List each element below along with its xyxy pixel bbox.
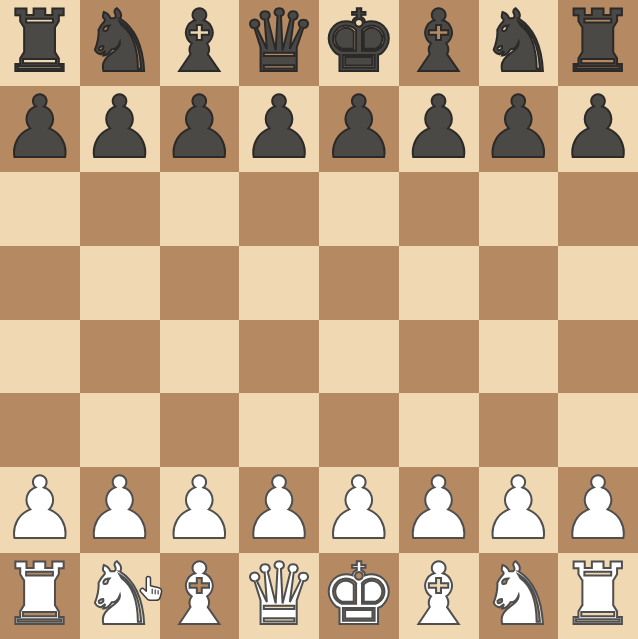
square-g6[interactable]	[479, 172, 559, 246]
square-d5[interactable]	[239, 246, 319, 320]
square-a3[interactable]	[0, 393, 80, 467]
square-b7[interactable]: ♟	[80, 86, 160, 172]
square-c6[interactable]	[160, 172, 240, 246]
piece-black-knight[interactable]: ♞	[81, 0, 158, 84]
square-g3[interactable]	[479, 393, 559, 467]
square-b1[interactable]: ♞	[80, 553, 160, 639]
square-c1[interactable]: ♝	[160, 553, 240, 639]
square-c7[interactable]: ♟	[160, 86, 240, 172]
square-h8[interactable]: ♜	[558, 0, 638, 86]
square-f3[interactable]	[399, 393, 479, 467]
square-e7[interactable]: ♟	[319, 86, 399, 172]
piece-black-pawn[interactable]: ♟	[241, 84, 318, 170]
square-h2[interactable]: ♟	[558, 467, 638, 553]
piece-black-pawn[interactable]: ♟	[560, 84, 637, 170]
piece-white-pawn[interactable]: ♟	[161, 465, 238, 551]
piece-white-pawn[interactable]: ♟	[400, 465, 477, 551]
piece-black-pawn[interactable]: ♟	[480, 84, 557, 170]
piece-black-bishop[interactable]: ♝	[161, 0, 238, 84]
piece-black-pawn[interactable]: ♟	[320, 84, 397, 170]
piece-white-pawn[interactable]: ♟	[320, 465, 397, 551]
square-d2[interactable]: ♟	[239, 467, 319, 553]
square-c2[interactable]: ♟	[160, 467, 240, 553]
piece-black-pawn[interactable]: ♟	[400, 84, 477, 170]
piece-white-knight[interactable]: ♞	[480, 551, 557, 637]
square-b5[interactable]	[80, 246, 160, 320]
square-a6[interactable]	[0, 172, 80, 246]
square-g8[interactable]: ♞	[479, 0, 559, 86]
square-g5[interactable]	[479, 246, 559, 320]
piece-white-rook[interactable]: ♜	[1, 551, 78, 637]
square-d3[interactable]	[239, 393, 319, 467]
piece-black-rook[interactable]: ♜	[1, 0, 78, 84]
square-g2[interactable]: ♟	[479, 467, 559, 553]
square-g1[interactable]: ♞	[479, 553, 559, 639]
square-g4[interactable]	[479, 320, 559, 394]
square-b4[interactable]	[80, 320, 160, 394]
square-e1[interactable]: ♚	[319, 553, 399, 639]
piece-black-bishop[interactable]: ♝	[400, 0, 477, 84]
piece-white-pawn[interactable]: ♟	[81, 465, 158, 551]
chess-board-wrap: ♜♞♝♛♚♝♞♜♟♟♟♟♟♟♟♟♟♟♟♟♟♟♟♟♜♞♝♛♚♝♞♜	[0, 0, 638, 639]
square-a5[interactable]	[0, 246, 80, 320]
piece-white-pawn[interactable]: ♟	[480, 465, 557, 551]
chess-board: ♜♞♝♛♚♝♞♜♟♟♟♟♟♟♟♟♟♟♟♟♟♟♟♟♜♞♝♛♚♝♞♜	[0, 0, 638, 639]
piece-white-bishop[interactable]: ♝	[161, 551, 238, 637]
square-h3[interactable]	[558, 393, 638, 467]
square-c3[interactable]	[160, 393, 240, 467]
square-h4[interactable]	[558, 320, 638, 394]
square-a8[interactable]: ♜	[0, 0, 80, 86]
piece-white-pawn[interactable]: ♟	[241, 465, 318, 551]
piece-white-rook[interactable]: ♜	[560, 551, 637, 637]
piece-black-pawn[interactable]: ♟	[161, 84, 238, 170]
piece-black-rook[interactable]: ♜	[560, 0, 637, 84]
square-c8[interactable]: ♝	[160, 0, 240, 86]
piece-black-king[interactable]: ♚	[320, 0, 397, 84]
square-d7[interactable]: ♟	[239, 86, 319, 172]
square-f7[interactable]: ♟	[399, 86, 479, 172]
square-a2[interactable]: ♟	[0, 467, 80, 553]
square-b6[interactable]	[80, 172, 160, 246]
square-b8[interactable]: ♞	[80, 0, 160, 86]
square-f6[interactable]	[399, 172, 479, 246]
square-f2[interactable]: ♟	[399, 467, 479, 553]
square-d6[interactable]	[239, 172, 319, 246]
square-e8[interactable]: ♚	[319, 0, 399, 86]
square-d1[interactable]: ♛	[239, 553, 319, 639]
square-e6[interactable]	[319, 172, 399, 246]
square-e3[interactable]	[319, 393, 399, 467]
square-e2[interactable]: ♟	[319, 467, 399, 553]
piece-white-pawn[interactable]: ♟	[1, 465, 78, 551]
square-f8[interactable]: ♝	[399, 0, 479, 86]
piece-black-pawn[interactable]: ♟	[81, 84, 158, 170]
piece-white-queen[interactable]: ♛	[241, 551, 318, 637]
piece-white-king[interactable]: ♚	[320, 551, 397, 637]
square-h5[interactable]	[558, 246, 638, 320]
square-e5[interactable]	[319, 246, 399, 320]
square-a7[interactable]: ♟	[0, 86, 80, 172]
piece-black-queen[interactable]: ♛	[241, 0, 318, 84]
square-c5[interactable]	[160, 246, 240, 320]
piece-white-bishop[interactable]: ♝	[400, 551, 477, 637]
square-h7[interactable]: ♟	[558, 86, 638, 172]
square-a4[interactable]	[0, 320, 80, 394]
square-b3[interactable]	[80, 393, 160, 467]
square-h1[interactable]: ♜	[558, 553, 638, 639]
square-g7[interactable]: ♟	[479, 86, 559, 172]
square-b2[interactable]: ♟	[80, 467, 160, 553]
square-c4[interactable]	[160, 320, 240, 394]
square-e4[interactable]	[319, 320, 399, 394]
piece-white-pawn[interactable]: ♟	[560, 465, 637, 551]
square-d4[interactable]	[239, 320, 319, 394]
square-a1[interactable]: ♜	[0, 553, 80, 639]
piece-black-pawn[interactable]: ♟	[1, 84, 78, 170]
square-f4[interactable]	[399, 320, 479, 394]
piece-white-knight[interactable]: ♞	[81, 551, 158, 637]
piece-black-knight[interactable]: ♞	[480, 0, 557, 84]
square-f5[interactable]	[399, 246, 479, 320]
square-h6[interactable]	[558, 172, 638, 246]
square-d8[interactable]: ♛	[239, 0, 319, 86]
square-f1[interactable]: ♝	[399, 553, 479, 639]
